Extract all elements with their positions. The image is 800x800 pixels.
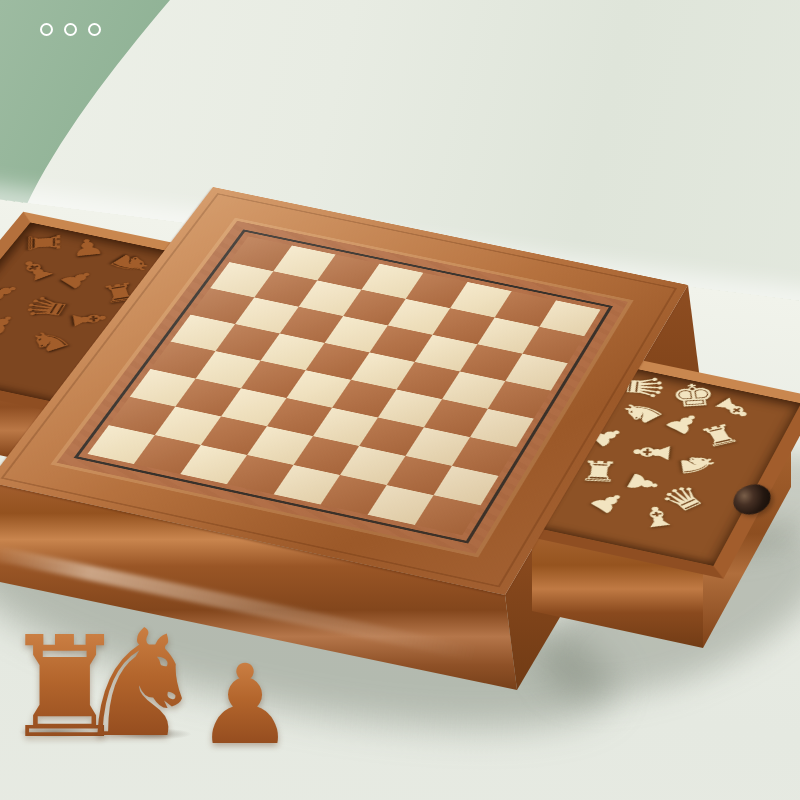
- carousel-dots: [40, 23, 101, 36]
- tray-piece: ♟: [583, 486, 634, 518]
- tray-piece: ♟: [69, 235, 107, 260]
- carousel-dot: [88, 23, 101, 36]
- green-accent-shape: [0, 0, 260, 212]
- tray-piece: ♜: [22, 231, 66, 255]
- carousel-dot: [64, 23, 77, 36]
- standing-pawn: ♟: [190, 650, 300, 760]
- tray-piece: ♞: [673, 451, 721, 478]
- tray-piece: ♝: [635, 502, 681, 533]
- product-photo-scene: ♜♟♞♛♝♟♜♞♟♛♝♜♟♞ ♛♚♝♞♟♜♟♝♞♜♟♛♟♝ ♜♞♟: [0, 0, 800, 800]
- carousel-dot: [40, 23, 53, 36]
